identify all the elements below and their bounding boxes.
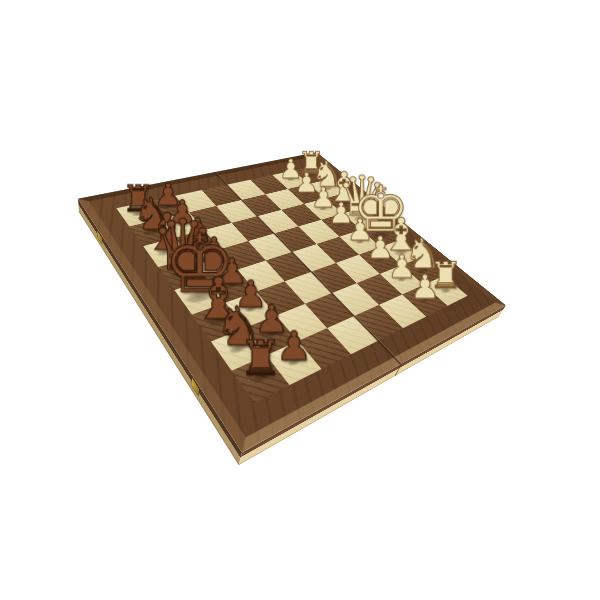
piece-shadow <box>317 206 329 211</box>
piece-shadow <box>226 341 250 356</box>
piece-shadow <box>224 281 240 290</box>
piece-shadow <box>374 256 387 263</box>
piece-shadow <box>142 228 163 237</box>
piece-shadow <box>350 213 373 224</box>
piece-shadow <box>354 239 367 245</box>
piece-shadow <box>395 276 408 284</box>
chess-board: ♜♞♝♛♚♝♞♜♟♟♟♟♟♟♟♟♟♟♟♟♟♟♟♟♜♞♝♛♚♝♞♜ <box>78 152 506 452</box>
piece-shadow <box>155 246 179 257</box>
piece-black-pawn: ♟ <box>226 300 318 339</box>
piece-shadow <box>285 177 296 182</box>
piece-shadow <box>243 304 259 314</box>
piece-shadow <box>181 286 218 306</box>
piece-white-pawn: ♟ <box>343 232 416 263</box>
piece-shadow <box>392 247 410 257</box>
product-photo: ♜♞♝♛♚♝♞♜♟♟♟♟♟♟♟♟♟♟♟♟♟♟♟♟♜♞♝♛♚♝♞♜ <box>0 0 600 600</box>
